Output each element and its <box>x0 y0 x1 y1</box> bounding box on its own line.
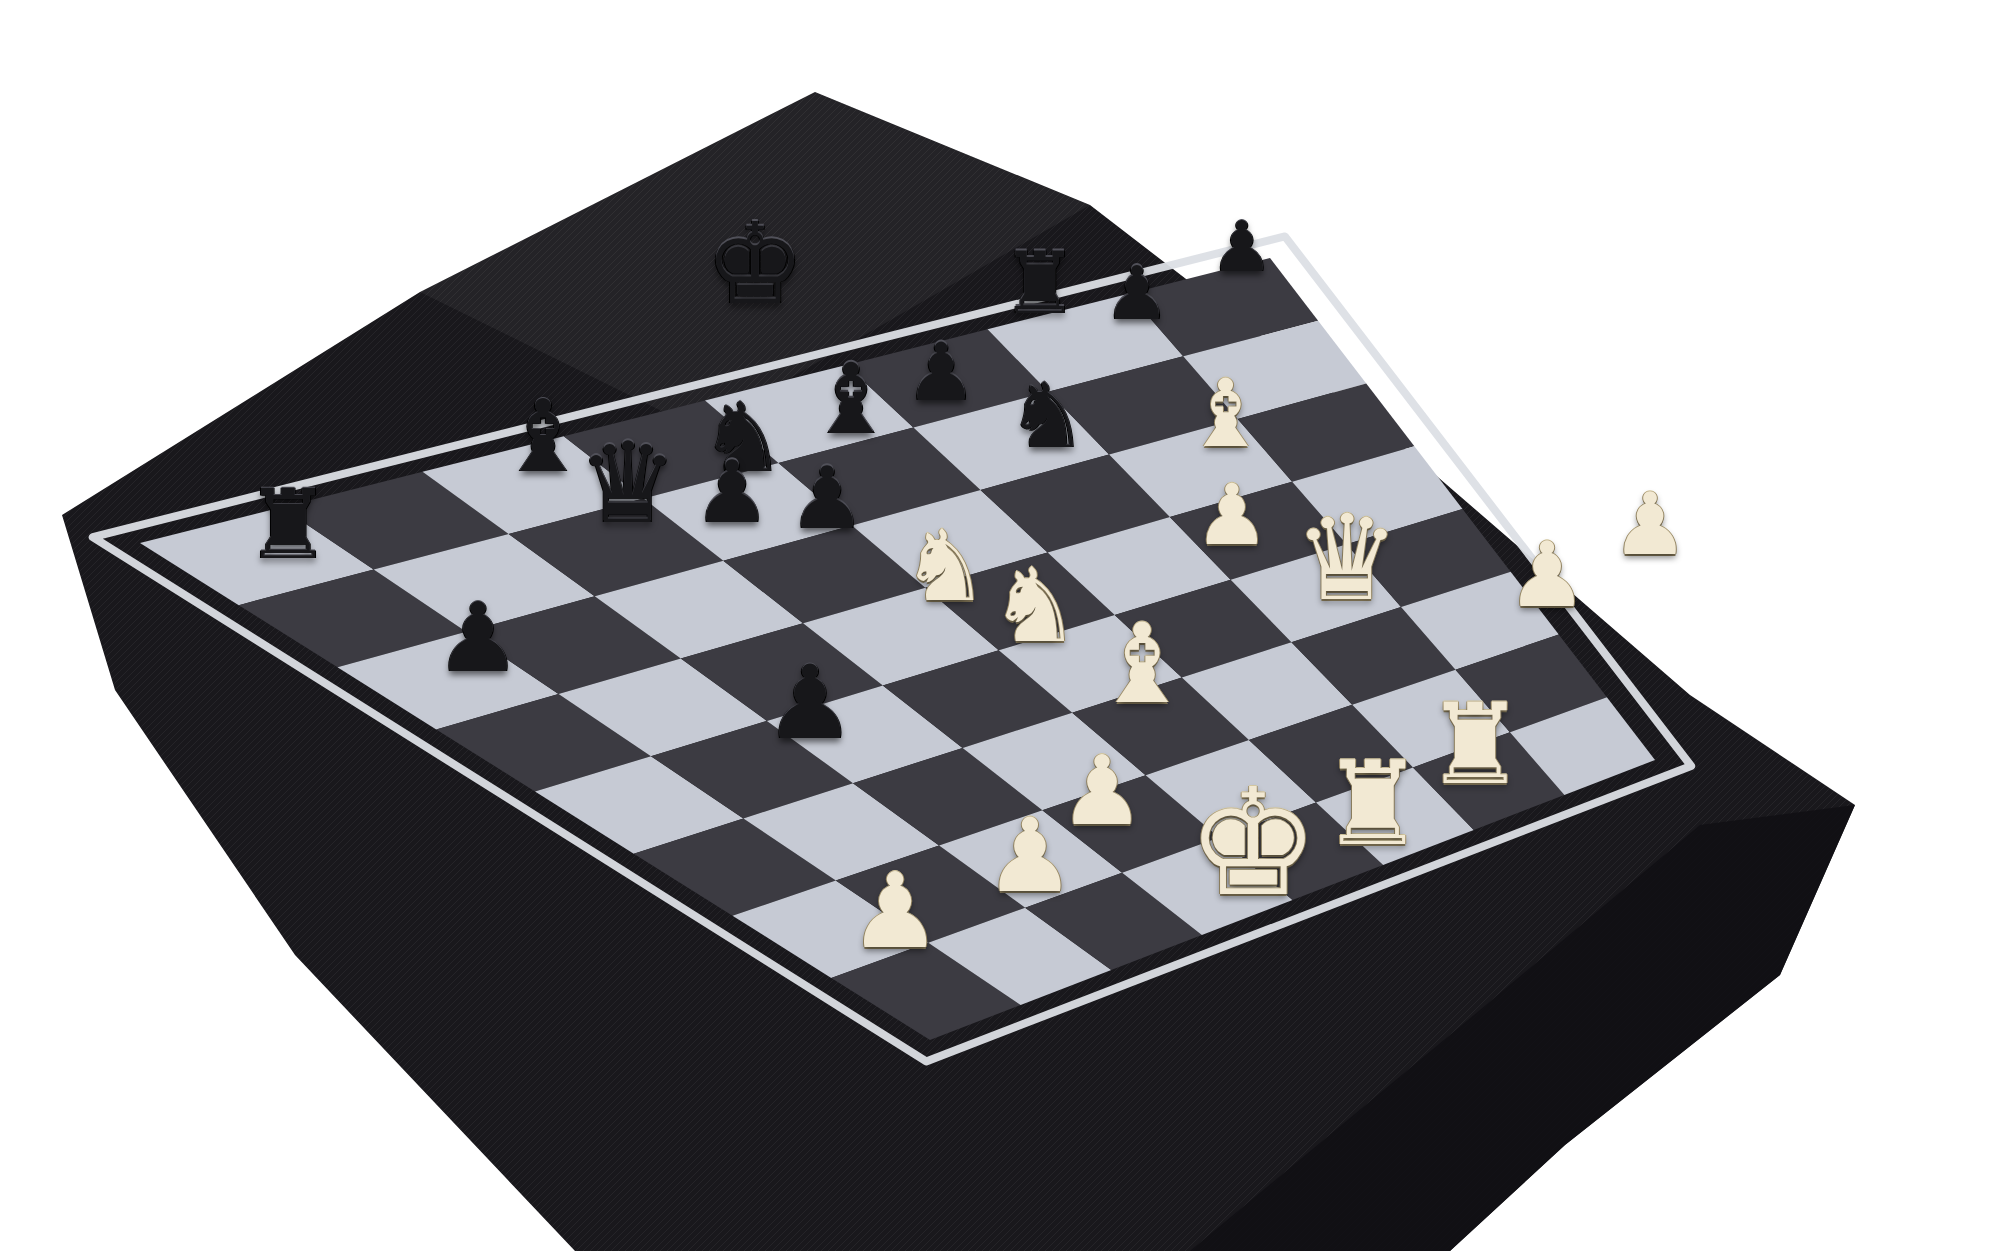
piece-white-rook-f1: ♜ <box>1321 746 1425 862</box>
piece-black-pawn-e5: ♟ <box>788 455 865 541</box>
piece-white-knight-e4: ♞ <box>901 517 989 615</box>
piece-black-pawn-c3: ♟ <box>764 652 855 754</box>
chess-product-photo: ♜♝♚♜♟♟♟♛♞♝♟♟♞♟♟♞♝♞♟♟♝♛♟♟♟♚♜♜♟ <box>0 0 2000 1251</box>
piece-white-king-e1: ♚ <box>1187 769 1320 917</box>
piece-white-knight-e3: ♞ <box>989 555 1080 657</box>
piece-black-queen-c6: ♛ <box>578 427 678 539</box>
piece-black-bishop-c8: ♝ <box>498 387 588 487</box>
piece-white-pawn-b1: ♟ <box>848 859 941 963</box>
piece-layer: ♜♝♚♜♟♟♟♛♞♝♟♟♞♟♟♞♝♞♟♟♝♛♟♟♟♚♜♜♟ <box>0 0 2000 1251</box>
piece-black-bishop-e6: ♝ <box>807 350 895 448</box>
piece-black-knight-f5: ♞ <box>1007 371 1088 461</box>
piece-white-pawn-off: ♟ <box>1611 481 1688 567</box>
piece-black-king-e8: ♚ <box>705 208 805 320</box>
piece-white-bishop-g4: ♝ <box>1184 367 1268 461</box>
piece-black-rook-g8: ♜ <box>1001 240 1078 326</box>
piece-black-pawn-f7: ♟ <box>905 333 977 413</box>
piece-black-pawn-h7: ♟ <box>1104 256 1170 330</box>
piece-black-pawn-d5: ♟ <box>693 449 770 535</box>
piece-black-rook-a8: ♜ <box>245 477 331 573</box>
piece-white-pawn-g3: ♟ <box>1194 473 1269 557</box>
piece-white-queen-g2: ♛ <box>1294 499 1400 617</box>
piece-white-bishop-e2: ♝ <box>1093 609 1192 719</box>
piece-white-pawn-c1: ♟ <box>984 805 1075 907</box>
piece-black-pawn-a4: ♟ <box>435 590 521 686</box>
piece-white-pawn-h2: ♟ <box>1507 530 1588 620</box>
piece-black-pawn-h8: ♟ <box>1211 212 1274 282</box>
piece-white-rook-g1: ♜ <box>1425 688 1525 800</box>
